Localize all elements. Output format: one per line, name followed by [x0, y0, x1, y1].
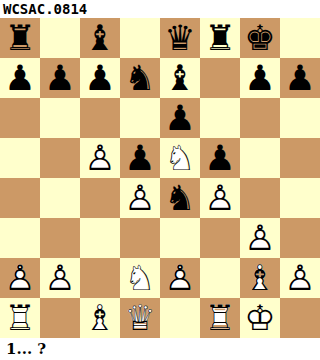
square-f3[interactable]	[200, 218, 240, 258]
black-pawn: ♟	[280, 58, 320, 98]
square-a6[interactable]	[0, 98, 40, 138]
white-pawn-outline: ♙	[40, 258, 80, 298]
black-rook-glyph: ♜	[200, 18, 240, 58]
white-pawn-outline: ♙	[280, 258, 320, 298]
square-g3[interactable]: ♟♙	[240, 218, 280, 258]
black-pawn-glyph: ♟	[160, 98, 200, 138]
black-pawn: ♟	[0, 58, 40, 98]
square-a3[interactable]	[0, 218, 40, 258]
black-pawn: ♟	[40, 58, 80, 98]
square-a8[interactable]: ♜	[0, 18, 40, 58]
black-pawn-glyph: ♟	[120, 138, 160, 178]
square-a1[interactable]: ♜♖	[0, 298, 40, 338]
square-h7[interactable]: ♟	[280, 58, 320, 98]
black-king: ♚	[240, 18, 280, 58]
black-king-glyph: ♚	[240, 18, 280, 58]
white-bishop-outline: ♗	[80, 298, 120, 338]
white-knight-outline: ♘	[160, 138, 200, 178]
black-bishop-glyph: ♝	[80, 18, 120, 58]
square-e6[interactable]: ♟	[160, 98, 200, 138]
square-f5[interactable]: ♟	[200, 138, 240, 178]
black-bishop: ♝	[80, 18, 120, 58]
white-pawn: ♟♙	[200, 178, 240, 218]
black-pawn-glyph: ♟	[0, 58, 40, 98]
black-pawn: ♟	[240, 58, 280, 98]
white-queen-outline: ♕	[120, 298, 160, 338]
black-pawn: ♟	[200, 138, 240, 178]
square-b1[interactable]	[40, 298, 80, 338]
square-e7[interactable]: ♝	[160, 58, 200, 98]
square-h1[interactable]	[280, 298, 320, 338]
white-pawn: ♟♙	[160, 258, 200, 298]
square-b5[interactable]	[40, 138, 80, 178]
square-h6[interactable]	[280, 98, 320, 138]
square-d2[interactable]: ♞♘	[120, 258, 160, 298]
black-knight-glyph: ♞	[120, 58, 160, 98]
page-title: WCSAC.0814	[3, 1, 87, 17]
square-b8[interactable]	[40, 18, 80, 58]
square-b4[interactable]	[40, 178, 80, 218]
square-c2[interactable]	[80, 258, 120, 298]
square-g5[interactable]	[240, 138, 280, 178]
square-b2[interactable]: ♟♙	[40, 258, 80, 298]
black-pawn-glyph: ♟	[40, 58, 80, 98]
square-c3[interactable]	[80, 218, 120, 258]
white-pawn-outline: ♙	[240, 218, 280, 258]
white-knight: ♞♘	[120, 258, 160, 298]
white-pawn: ♟♙	[40, 258, 80, 298]
black-pawn-glyph: ♟	[200, 138, 240, 178]
square-h3[interactable]	[280, 218, 320, 258]
black-knight: ♞	[160, 178, 200, 218]
black-rook-glyph: ♜	[0, 18, 40, 58]
chess-board: ♜♝♛♜♚♟♟♟♞♝♟♟♟♟♙♟♞♘♟♟♙♞♟♙♟♙♟♙♟♙♞♘♟♙♝♗♟♙♜♖…	[0, 18, 320, 338]
black-rook: ♜	[0, 18, 40, 58]
titlebar: WCSAC.0814	[0, 0, 320, 18]
white-pawn-outline: ♙	[160, 258, 200, 298]
black-knight-glyph: ♞	[160, 178, 200, 218]
white-pawn-outline: ♙	[200, 178, 240, 218]
white-rook-outline: ♖	[200, 298, 240, 338]
square-d3[interactable]	[120, 218, 160, 258]
square-d4[interactable]: ♟♙	[120, 178, 160, 218]
white-pawn-outline: ♙	[120, 178, 160, 218]
white-king-outline: ♔	[240, 298, 280, 338]
square-g2[interactable]: ♝♗	[240, 258, 280, 298]
square-c6[interactable]	[80, 98, 120, 138]
white-pawn: ♟♙	[240, 218, 280, 258]
white-king: ♚♔	[240, 298, 280, 338]
black-pawn-glyph: ♟	[80, 58, 120, 98]
square-d6[interactable]	[120, 98, 160, 138]
black-pawn: ♟	[120, 138, 160, 178]
black-queen: ♛	[160, 18, 200, 58]
square-h2[interactable]: ♟♙	[280, 258, 320, 298]
white-rook-outline: ♖	[0, 298, 40, 338]
black-rook: ♜	[200, 18, 240, 58]
white-pawn: ♟♙	[80, 138, 120, 178]
black-queen-glyph: ♛	[160, 18, 200, 58]
square-a5[interactable]	[0, 138, 40, 178]
square-f7[interactable]	[200, 58, 240, 98]
square-g1[interactable]: ♚♔	[240, 298, 280, 338]
square-f2[interactable]	[200, 258, 240, 298]
square-h8[interactable]	[280, 18, 320, 58]
square-a7[interactable]: ♟	[0, 58, 40, 98]
square-g8[interactable]: ♚	[240, 18, 280, 58]
square-d5[interactable]: ♟	[120, 138, 160, 178]
square-b3[interactable]	[40, 218, 80, 258]
square-f1[interactable]: ♜♖	[200, 298, 240, 338]
black-bishop-glyph: ♝	[160, 58, 200, 98]
square-f4[interactable]: ♟♙	[200, 178, 240, 218]
square-f6[interactable]	[200, 98, 240, 138]
square-b6[interactable]	[40, 98, 80, 138]
square-a2[interactable]: ♟♙	[0, 258, 40, 298]
square-g7[interactable]: ♟	[240, 58, 280, 98]
square-d8[interactable]	[120, 18, 160, 58]
black-pawn: ♟	[160, 98, 200, 138]
white-pawn: ♟♙	[280, 258, 320, 298]
white-bishop-outline: ♗	[240, 258, 280, 298]
square-b7[interactable]: ♟	[40, 58, 80, 98]
square-a4[interactable]	[0, 178, 40, 218]
white-queen: ♛♕	[120, 298, 160, 338]
square-e3[interactable]	[160, 218, 200, 258]
square-e1[interactable]	[160, 298, 200, 338]
square-e5[interactable]: ♞♘	[160, 138, 200, 178]
square-h5[interactable]	[280, 138, 320, 178]
square-c5[interactable]: ♟♙	[80, 138, 120, 178]
white-pawn-outline: ♙	[80, 138, 120, 178]
move-prompt: 1... ?	[6, 340, 46, 358]
square-g4[interactable]	[240, 178, 280, 218]
square-c1[interactable]: ♝♗	[80, 298, 120, 338]
black-knight: ♞	[120, 58, 160, 98]
white-pawn: ♟♙	[0, 258, 40, 298]
white-knight-outline: ♘	[120, 258, 160, 298]
square-f8[interactable]: ♜	[200, 18, 240, 58]
square-h4[interactable]	[280, 178, 320, 218]
white-pawn-outline: ♙	[0, 258, 40, 298]
square-d7[interactable]: ♞	[120, 58, 160, 98]
square-e4[interactable]: ♞	[160, 178, 200, 218]
black-pawn-glyph: ♟	[240, 58, 280, 98]
square-g6[interactable]	[240, 98, 280, 138]
square-c7[interactable]: ♟	[80, 58, 120, 98]
square-c4[interactable]	[80, 178, 120, 218]
white-bishop: ♝♗	[80, 298, 120, 338]
statusbar: 1... ?	[0, 338, 320, 360]
chess-app-window: WCSAC.0814 ♜♝♛♜♚♟♟♟♞♝♟♟♟♟♙♟♞♘♟♟♙♞♟♙♟♙♟♙♟…	[0, 0, 320, 360]
white-rook: ♜♖	[0, 298, 40, 338]
white-bishop: ♝♗	[240, 258, 280, 298]
square-c8[interactable]: ♝	[80, 18, 120, 58]
white-knight: ♞♘	[160, 138, 200, 178]
black-pawn-glyph: ♟	[280, 58, 320, 98]
square-d1[interactable]: ♛♕	[120, 298, 160, 338]
square-e8[interactable]: ♛	[160, 18, 200, 58]
black-pawn: ♟	[80, 58, 120, 98]
square-e2[interactable]: ♟♙	[160, 258, 200, 298]
white-rook: ♜♖	[200, 298, 240, 338]
black-bishop: ♝	[160, 58, 200, 98]
white-pawn: ♟♙	[120, 178, 160, 218]
